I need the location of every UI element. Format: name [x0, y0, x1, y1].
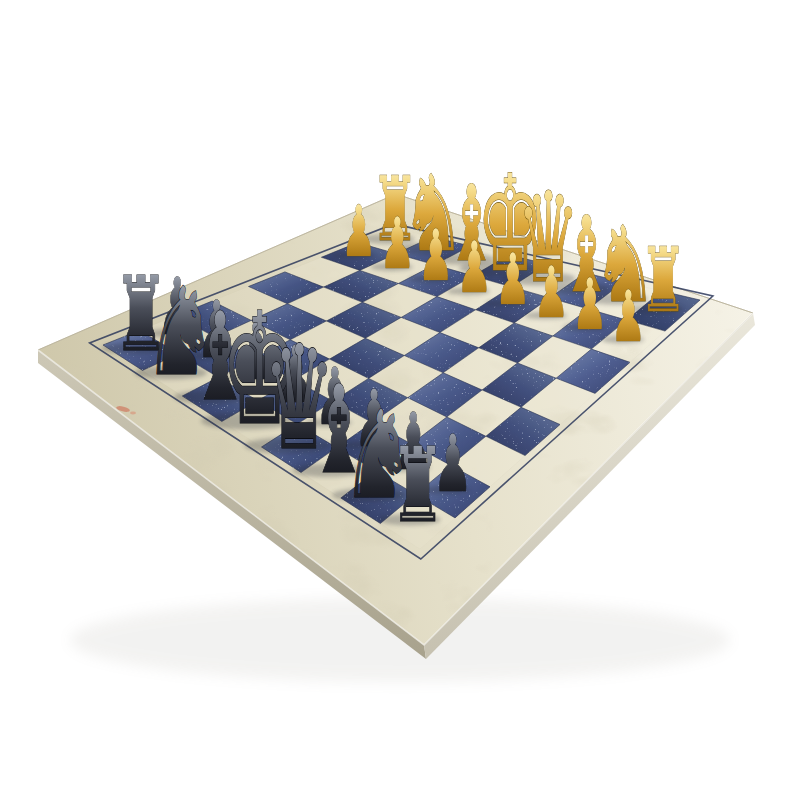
- piece-white-pawn-d2[interactable]: ♟: [495, 239, 531, 322]
- piece-white-pawn-c2[interactable]: ♟: [533, 251, 569, 334]
- chess-board: ♜♞♟♝♟♚♟♛♝♟♞♟♜♟♟♟♟♜♟♞♟♝♟♚♟♟♛♟♝♟♞♜: [0, 0, 800, 800]
- piece-white-pawn-a2[interactable]: ♟: [610, 275, 646, 358]
- piece-black-rook-a8[interactable]: ♜: [390, 425, 445, 545]
- piece-white-pawn-g2[interactable]: ♟: [379, 203, 415, 286]
- piece-white-pawn-e2[interactable]: ♟: [456, 227, 492, 310]
- marble-red-vein-small: [130, 412, 136, 415]
- piece-white-rook-a1[interactable]: ♜: [639, 228, 687, 331]
- piece-white-pawn-b2[interactable]: ♟: [572, 263, 608, 346]
- piece-white-pawn-f2[interactable]: ♟: [418, 215, 454, 298]
- piece-white-pawn-h2[interactable]: ♟: [341, 191, 377, 274]
- chess-set-photo: ♜♞♟♝♟♚♟♛♝♟♞♟♜♟♟♟♟♜♟♞♟♝♟♚♟♟♛♟♝♟♞♜: [0, 0, 800, 800]
